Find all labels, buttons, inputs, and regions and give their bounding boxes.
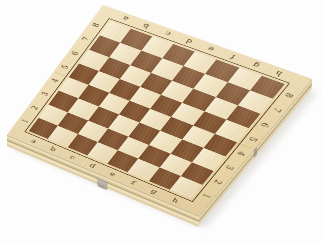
chess-board: aa88bb77cc66dd55ee44ff33gg22hh11 <box>7 5 312 216</box>
rank-label-right-7: 7 <box>262 102 291 118</box>
rank-label-right-6: 6 <box>250 117 279 133</box>
rank-label-right-2: 2 <box>204 174 232 190</box>
rank-label-left-8: 8 <box>84 18 109 32</box>
rank-label-right-1: 1 <box>193 188 221 204</box>
rank-label-left-7: 7 <box>73 32 98 46</box>
rank-label-left-3: 3 <box>33 87 57 101</box>
rank-label-right-8: 8 <box>274 87 303 103</box>
rank-label-left-1: 1 <box>14 114 38 128</box>
rank-label-right-3: 3 <box>215 160 243 176</box>
clasp-hinge <box>98 177 107 190</box>
scene: aa88bb77cc66dd55ee44ff33gg22hh11 <box>0 0 322 244</box>
rank-label-left-2: 2 <box>23 100 47 114</box>
playing-area <box>24 18 290 202</box>
rank-label-left-6: 6 <box>63 46 88 60</box>
